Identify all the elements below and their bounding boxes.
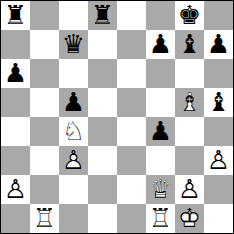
white-queen-piece[interactable]: ♛♕ <box>146 175 175 204</box>
square-f3[interactable] <box>146 146 175 175</box>
square-c1[interactable] <box>59 204 88 233</box>
piece-outline-glyph: ♔ <box>175 204 204 233</box>
square-e1[interactable] <box>117 204 146 233</box>
square-g5[interactable]: ♝♗ <box>175 88 204 117</box>
square-f1[interactable]: ♜♖ <box>146 204 175 233</box>
white-rook-piece[interactable]: ♜♖ <box>30 204 59 233</box>
square-f8[interactable] <box>146 1 175 30</box>
square-d8[interactable]: ♜ <box>88 1 117 30</box>
square-e7[interactable] <box>117 30 146 59</box>
square-a1[interactable] <box>1 204 30 233</box>
square-a5[interactable] <box>1 88 30 117</box>
black-pawn-piece[interactable]: ♟ <box>146 30 175 59</box>
square-a3[interactable] <box>1 146 30 175</box>
square-c8[interactable] <box>59 1 88 30</box>
white-pawn-piece[interactable]: ♟♙ <box>204 146 233 175</box>
black-bishop-piece[interactable]: ♝ <box>175 30 204 59</box>
square-e2[interactable] <box>117 175 146 204</box>
square-a2[interactable]: ♟♙ <box>1 175 30 204</box>
white-king-piece[interactable]: ♚♔ <box>175 204 204 233</box>
white-knight-piece[interactable]: ♞♘ <box>59 117 88 146</box>
square-f5[interactable] <box>146 88 175 117</box>
black-pawn-piece[interactable]: ♟ <box>59 88 88 117</box>
piece-outline-glyph: ♙ <box>175 175 204 204</box>
square-c4[interactable]: ♞♘ <box>59 117 88 146</box>
square-f6[interactable] <box>146 59 175 88</box>
square-f7[interactable]: ♟ <box>146 30 175 59</box>
square-b5[interactable] <box>30 88 59 117</box>
square-b8[interactable] <box>30 1 59 30</box>
white-rook-piece[interactable]: ♜♖ <box>146 204 175 233</box>
black-queen-piece[interactable]: ♛ <box>59 30 88 59</box>
square-b4[interactable] <box>30 117 59 146</box>
square-g4[interactable] <box>175 117 204 146</box>
square-a7[interactable] <box>1 30 30 59</box>
square-a4[interactable] <box>1 117 30 146</box>
square-g1[interactable]: ♚♔ <box>175 204 204 233</box>
square-h6[interactable] <box>204 59 233 88</box>
white-bishop-piece[interactable]: ♝♗ <box>175 88 204 117</box>
black-bishop-piece[interactable]: ♝ <box>204 88 233 117</box>
square-e6[interactable] <box>117 59 146 88</box>
square-d6[interactable] <box>88 59 117 88</box>
square-b6[interactable] <box>30 59 59 88</box>
square-g3[interactable] <box>175 146 204 175</box>
piece-outline-glyph: ♗ <box>175 88 204 117</box>
black-pawn-piece[interactable]: ♟ <box>1 59 30 88</box>
piece-outline-glyph: ♖ <box>30 204 59 233</box>
piece-outline-glyph: ♙ <box>1 175 30 204</box>
square-h5[interactable]: ♝ <box>204 88 233 117</box>
square-c3[interactable]: ♟♙ <box>59 146 88 175</box>
piece-outline-glyph: ♘ <box>59 117 88 146</box>
black-rook-piece[interactable]: ♜ <box>1 1 30 30</box>
square-g2[interactable]: ♟♙ <box>175 175 204 204</box>
square-d4[interactable] <box>88 117 117 146</box>
square-b2[interactable] <box>30 175 59 204</box>
square-e5[interactable] <box>117 88 146 117</box>
black-pawn-piece[interactable]: ♟ <box>146 117 175 146</box>
square-a6[interactable]: ♟ <box>1 59 30 88</box>
square-d3[interactable] <box>88 146 117 175</box>
square-g6[interactable] <box>175 59 204 88</box>
square-h8[interactable] <box>204 1 233 30</box>
square-h7[interactable]: ♟ <box>204 30 233 59</box>
square-g7[interactable]: ♝ <box>175 30 204 59</box>
black-pawn-piece[interactable]: ♟ <box>204 30 233 59</box>
square-h1[interactable] <box>204 204 233 233</box>
square-f4[interactable]: ♟ <box>146 117 175 146</box>
square-c7[interactable]: ♛ <box>59 30 88 59</box>
square-a8[interactable]: ♜ <box>1 1 30 30</box>
square-c2[interactable] <box>59 175 88 204</box>
chess-board: ♜♜♚♛♟♝♟♟♟♝♗♝♞♘♟♟♙♟♙♟♙♛♕♟♙♜♖♜♖♚♔ <box>0 0 234 234</box>
piece-outline-glyph: ♙ <box>59 146 88 175</box>
square-h4[interactable] <box>204 117 233 146</box>
square-b3[interactable] <box>30 146 59 175</box>
square-g8[interactable]: ♚ <box>175 1 204 30</box>
square-d5[interactable] <box>88 88 117 117</box>
piece-outline-glyph: ♖ <box>146 204 175 233</box>
square-d1[interactable] <box>88 204 117 233</box>
white-pawn-piece[interactable]: ♟♙ <box>175 175 204 204</box>
black-king-piece[interactable]: ♚ <box>175 1 204 30</box>
square-c6[interactable] <box>59 59 88 88</box>
piece-outline-glyph: ♕ <box>146 175 175 204</box>
square-e8[interactable] <box>117 1 146 30</box>
square-h2[interactable] <box>204 175 233 204</box>
square-e4[interactable] <box>117 117 146 146</box>
square-d7[interactable] <box>88 30 117 59</box>
square-d2[interactable] <box>88 175 117 204</box>
black-rook-piece[interactable]: ♜ <box>88 1 117 30</box>
piece-outline-glyph: ♙ <box>204 146 233 175</box>
square-b1[interactable]: ♜♖ <box>30 204 59 233</box>
square-c5[interactable]: ♟ <box>59 88 88 117</box>
square-e3[interactable] <box>117 146 146 175</box>
square-b7[interactable] <box>30 30 59 59</box>
square-h3[interactable]: ♟♙ <box>204 146 233 175</box>
square-f2[interactable]: ♛♕ <box>146 175 175 204</box>
white-pawn-piece[interactable]: ♟♙ <box>1 175 30 204</box>
white-pawn-piece[interactable]: ♟♙ <box>59 146 88 175</box>
